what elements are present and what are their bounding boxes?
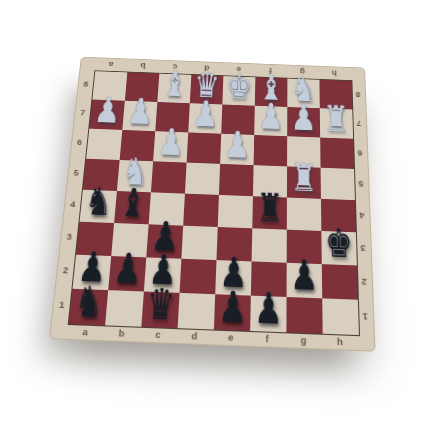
- square-d6: [187, 132, 222, 163]
- square-c3: ♟: [146, 224, 183, 258]
- square-e2: ♟: [215, 260, 251, 296]
- square-b2: ♟: [108, 256, 146, 291]
- square-g8: ♞: [287, 79, 319, 109]
- square-g5: ♜: [287, 166, 321, 198]
- square-e8: ♚: [222, 76, 255, 106]
- square-a1: ♞: [69, 289, 108, 326]
- square-g3: [287, 230, 322, 264]
- square-f3: [252, 228, 287, 262]
- square-a4: ♞: [80, 190, 117, 223]
- square-h1: [322, 298, 359, 335]
- square-a8: [92, 71, 127, 101]
- square-d4: [183, 194, 219, 227]
- square-e3: [216, 227, 252, 261]
- square-d3: [181, 226, 217, 260]
- square-h3: ♚: [321, 231, 357, 265]
- square-g1: [286, 297, 322, 334]
- square-d7: ♟: [188, 103, 222, 133]
- square-h8: [319, 80, 352, 110]
- square-f6: [254, 135, 288, 166]
- square-e6: ♟: [220, 134, 254, 165]
- chess-board: abcdefgh abcdefgh 87654321 87654321 ♝♛♚♝…: [49, 57, 373, 350]
- square-c6: ♟: [153, 131, 188, 162]
- square-d8: ♛: [190, 75, 224, 105]
- square-g4: [287, 198, 322, 231]
- square-d2: [180, 259, 217, 295]
- product-photo-scene: abcdefgh abcdefgh 87654321 87654321 ♝♛♚♝…: [0, 0, 448, 448]
- square-h2: [322, 264, 358, 300]
- board-grid: ♝♛♚♝♞♟♟♟♟♟♜♟♟♞♜♞♝♜♟♚♟♟♟♟♟♞♛♟♟: [68, 70, 360, 336]
- square-c7: [155, 102, 190, 132]
- square-h7: ♜: [320, 108, 353, 139]
- square-g2: ♟: [287, 263, 323, 299]
- square-e5: [219, 164, 254, 196]
- square-a2: ♟: [73, 255, 112, 290]
- square-f5: [253, 165, 287, 197]
- square-h5: [321, 168, 355, 200]
- square-d1: [178, 293, 216, 330]
- square-b1: [105, 290, 144, 327]
- square-b3: [111, 223, 148, 257]
- square-b5: ♞: [117, 160, 153, 192]
- square-a5: [83, 159, 120, 191]
- square-f8: ♝: [255, 77, 288, 107]
- square-a6: [86, 129, 122, 160]
- square-h4: [321, 199, 356, 232]
- square-e4: [218, 195, 253, 228]
- square-b8: [125, 72, 160, 102]
- square-f4: ♜: [252, 196, 287, 229]
- square-b4: ♝: [114, 191, 151, 224]
- square-c5: [151, 161, 187, 193]
- square-c4: [149, 192, 185, 225]
- square-g7: ♟: [287, 107, 320, 138]
- square-e1: ♟: [214, 294, 251, 331]
- square-h6: [320, 138, 354, 169]
- square-d5: [185, 163, 220, 195]
- square-b7: ♟: [122, 101, 157, 131]
- square-c2: ♟: [144, 257, 182, 292]
- square-a7: ♟: [89, 99, 125, 129]
- square-c8: ♝: [157, 74, 191, 104]
- board-frame: abcdefgh abcdefgh 87654321 87654321 ♝♛♚♝…: [49, 57, 376, 352]
- square-f1: ♟: [250, 296, 286, 333]
- square-e7: [221, 104, 255, 135]
- square-b6: [120, 130, 156, 161]
- square-c1: ♛: [141, 292, 179, 329]
- square-f2: [251, 261, 287, 297]
- square-f7: ♟: [254, 106, 287, 137]
- square-g6: [287, 136, 320, 167]
- square-a3: [76, 222, 114, 256]
